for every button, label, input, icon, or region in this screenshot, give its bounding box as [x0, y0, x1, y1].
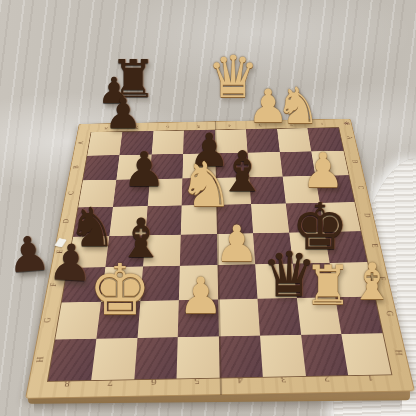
square-d7: [109, 206, 147, 236]
square-c6: [147, 179, 182, 206]
label-5: 5: [187, 377, 207, 386]
label-D: D: [363, 213, 372, 217]
square-h3: [260, 335, 306, 377]
square-e3: [253, 232, 293, 264]
label-7: 7: [130, 125, 144, 130]
square-c5: [182, 178, 217, 205]
square-f6: [140, 266, 180, 301]
square-e1: [325, 231, 368, 263]
square-b3: [247, 152, 282, 177]
square-h6: [134, 337, 178, 379]
label-H: H: [393, 350, 404, 356]
square-c3: [249, 177, 285, 204]
square-b7: [116, 154, 151, 180]
square-d6: [145, 205, 182, 235]
square-d2: [285, 203, 324, 233]
label-B: B: [351, 160, 359, 163]
square-f2: [292, 263, 335, 298]
square-g2: [296, 297, 341, 335]
square-c4: [216, 177, 251, 204]
black-rook-a7: ♜: [110, 53, 157, 105]
square-b1: [311, 151, 348, 176]
square-b4: [215, 152, 249, 177]
white-queen-a4: ♛: [207, 48, 259, 106]
label-G: G: [42, 317, 52, 323]
square-f1: [330, 262, 375, 297]
square-e7: [105, 235, 145, 267]
label-B: B: [72, 165, 80, 169]
square-c7: [113, 179, 150, 206]
label-C: C: [357, 186, 365, 190]
square-e2: [289, 232, 330, 264]
black-pawn-a8: ♟: [98, 73, 130, 109]
square-d8: [73, 207, 113, 237]
square-d5: [181, 205, 217, 235]
square-g3: [257, 298, 300, 336]
square-a1: [308, 128, 344, 152]
square-a8: [87, 132, 122, 156]
square-a4: [215, 129, 247, 153]
square-b6: [149, 154, 183, 180]
square-a2: [277, 128, 312, 152]
square-e6: [143, 234, 181, 266]
captured-black-pawn-1: ♟: [5, 228, 52, 280]
label-H: H: [35, 357, 45, 363]
label-D: D: [62, 219, 71, 223]
square-g7: [96, 301, 140, 339]
square-c2: [282, 176, 320, 203]
square-d3: [251, 203, 289, 233]
square-e5: [180, 234, 217, 266]
square-e4: [217, 233, 255, 265]
square-g8: [55, 302, 101, 340]
square-c8: [78, 180, 116, 208]
square-f5: [179, 265, 218, 300]
label-4: 4: [230, 376, 250, 385]
square-g5: [178, 299, 219, 337]
square-g6: [137, 300, 179, 338]
star-icon: ✳: [343, 120, 351, 126]
label-6: 6: [161, 124, 175, 129]
square-g1: [335, 296, 382, 334]
label-1: 1: [360, 374, 381, 383]
square-h4: [219, 336, 263, 378]
label-2: 2: [317, 375, 338, 384]
square-h8: [48, 339, 96, 381]
label-7: 7: [100, 379, 121, 388]
square-g4: [218, 299, 260, 337]
label-4: 4: [222, 123, 236, 128]
label-1: 1: [315, 121, 330, 126]
label-F: F: [378, 276, 387, 280]
square-a5: [183, 130, 215, 154]
square-h5: [177, 337, 220, 379]
square-h1: [342, 334, 392, 376]
label-A: A: [77, 141, 85, 145]
label-E: E: [370, 243, 379, 247]
square-b8: [83, 155, 119, 181]
label-3: 3: [253, 122, 267, 127]
label-8: 8: [57, 380, 78, 389]
square-b2: [279, 151, 315, 176]
label-5: 5: [192, 124, 206, 129]
label-6: 6: [144, 378, 164, 387]
square-h7: [91, 338, 137, 380]
square-f3: [255, 264, 296, 299]
square-d1: [320, 202, 361, 232]
label-2: 2: [284, 122, 299, 127]
square-a6: [151, 131, 184, 155]
square-f4: [218, 264, 258, 299]
square-c1: [315, 175, 354, 202]
square-b5: [183, 153, 216, 178]
square-f7: [101, 267, 143, 302]
square-a7: [119, 131, 153, 155]
label-3: 3: [274, 375, 294, 384]
square-h2: [301, 334, 349, 376]
label-8: 8: [99, 125, 114, 130]
label-C: C: [67, 191, 75, 195]
square-a3: [246, 129, 280, 153]
square-d4: [216, 204, 252, 234]
captured-black-pawn-2: ♟: [47, 237, 94, 289]
label-G: G: [385, 311, 395, 316]
label-A: A: [346, 136, 354, 139]
